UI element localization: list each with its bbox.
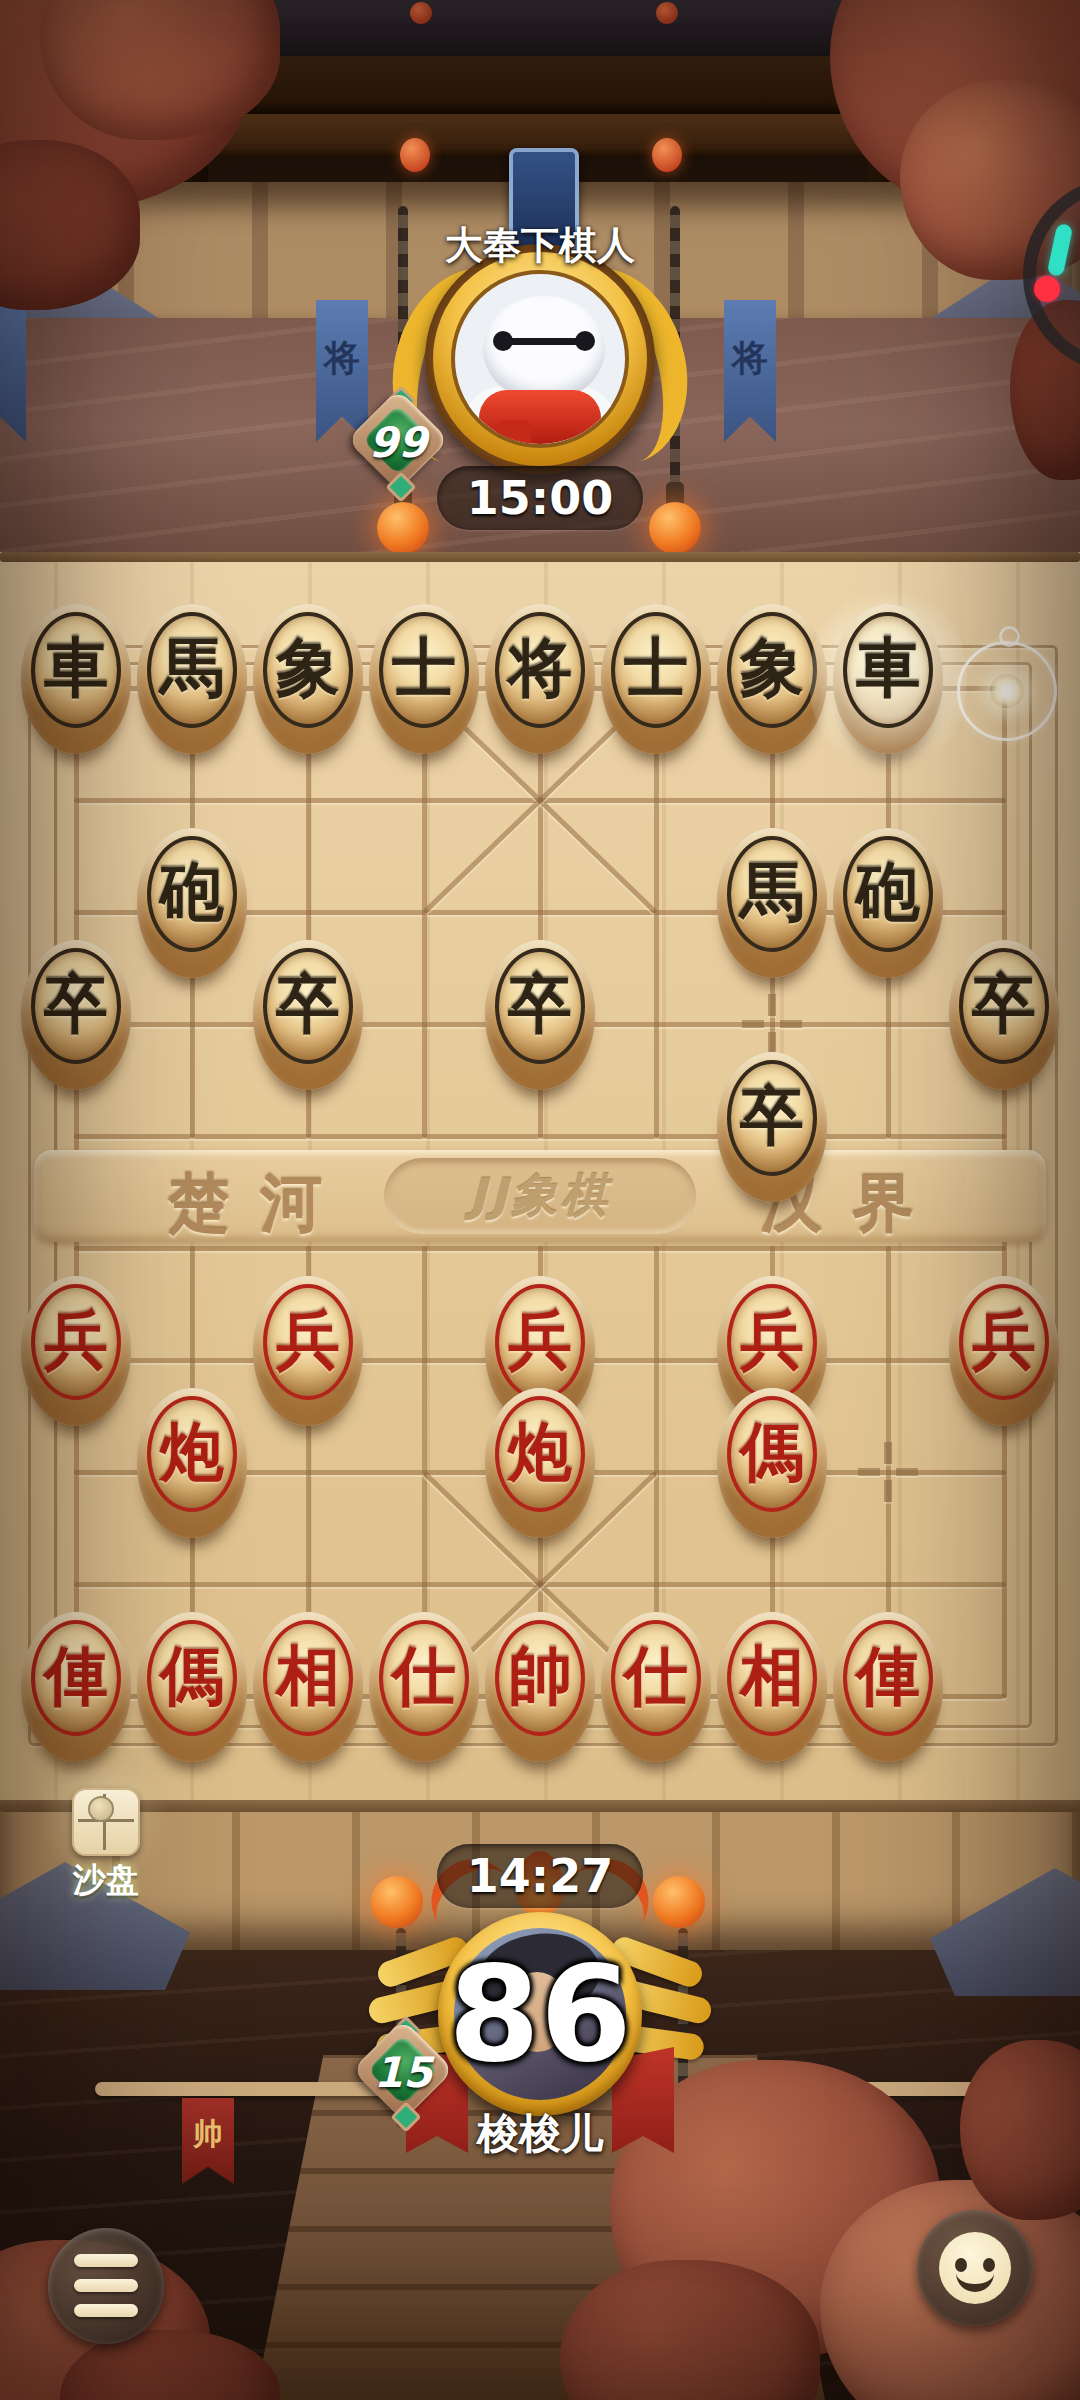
sandbox-button[interactable]: 沙盘 <box>36 1752 176 1902</box>
piece-red-俥[interactable]: 俥 <box>21 1612 131 1762</box>
piece-glyph: 兵 <box>21 1282 131 1398</box>
piece-glyph: 傌 <box>717 1394 827 1510</box>
piece-glyph: 卒 <box>21 946 131 1062</box>
player-level-badge: 15 <box>353 2012 453 2132</box>
piece-black-卒[interactable]: 卒 <box>21 940 131 1090</box>
piece-glyph: 俥 <box>833 1618 943 1734</box>
piece-black-象[interactable]: 象 <box>253 604 363 754</box>
piece-black-士[interactable]: 士 <box>601 604 711 754</box>
piece-red-傌[interactable]: 傌 <box>137 1612 247 1762</box>
piece-glyph: 馬 <box>717 834 827 950</box>
piece-black-車[interactable]: 車 <box>21 604 131 754</box>
hamburger-icon <box>74 2304 138 2317</box>
smiley-mouth <box>956 2262 994 2292</box>
piece-glyph: 車 <box>833 610 943 726</box>
piece-red-相[interactable]: 相 <box>717 1612 827 1762</box>
piece-glyph: 卒 <box>717 1058 827 1174</box>
opponent-timer: 15:00 <box>437 466 643 530</box>
piece-glyph: 砲 <box>833 834 943 950</box>
piece-glyph: 兵 <box>717 1282 827 1398</box>
piece-red-相[interactable]: 相 <box>253 1612 363 1762</box>
avatar-portrait <box>451 270 629 448</box>
big-number: 86 <box>438 1912 642 2116</box>
piece-black-卒[interactable]: 卒 <box>949 940 1059 1090</box>
piece-red-炮[interactable]: 炮 <box>485 1388 595 1538</box>
piece-glyph: 相 <box>253 1618 363 1734</box>
piece-red-炮[interactable]: 炮 <box>137 1388 247 1538</box>
piece-red-傌[interactable]: 傌 <box>717 1388 827 1538</box>
piece-glyph: 象 <box>253 610 363 726</box>
piece-black-車[interactable]: 車 <box>833 604 943 754</box>
player-timer: 14:27 <box>437 1844 643 1908</box>
piece-glyph: 将 <box>485 610 595 726</box>
piece-glyph: 卒 <box>253 946 363 1062</box>
piece-red-兵[interactable]: 兵 <box>21 1276 131 1426</box>
piece-red-帥[interactable]: 帥 <box>485 1612 595 1762</box>
piece-glyph: 兵 <box>253 1282 363 1398</box>
piece-glyph: 傌 <box>137 1618 247 1734</box>
piece-glyph: 仕 <box>369 1618 479 1734</box>
piece-glyph: 砲 <box>137 834 247 950</box>
piece-black-卒[interactable]: 卒 <box>253 940 363 1090</box>
notification-dot <box>1034 276 1060 302</box>
piece-black-士[interactable]: 士 <box>369 604 479 754</box>
piece-glyph: 俥 <box>21 1618 131 1734</box>
piece-glyph: 馬 <box>137 610 247 726</box>
piece-black-将[interactable]: 将 <box>485 604 595 754</box>
board-point-marker <box>742 994 802 1054</box>
piece-glyph: 兵 <box>485 1282 595 1398</box>
sandbox-label: 沙盘 <box>21 1858 191 1903</box>
opponent-level-badge: 99 <box>348 382 448 502</box>
baymax-scarf <box>479 390 601 444</box>
piece-black-卒[interactable]: 卒 <box>485 940 595 1090</box>
piece-glyph: 炮 <box>485 1394 595 1510</box>
piece-glyph: 士 <box>369 610 479 726</box>
piece-red-仕[interactable]: 仕 <box>369 1612 479 1762</box>
piece-red-仕[interactable]: 仕 <box>601 1612 711 1762</box>
piece-black-馬[interactable]: 馬 <box>717 828 827 978</box>
piece-red-兵[interactable]: 兵 <box>253 1276 363 1426</box>
piece-glyph: 炮 <box>137 1394 247 1510</box>
piece-black-卒[interactable]: 卒 <box>717 1052 827 1202</box>
emoji-button[interactable] <box>917 2210 1033 2326</box>
piece-glyph: 卒 <box>485 946 595 1062</box>
piece-red-俥[interactable]: 俥 <box>833 1612 943 1762</box>
opponent-avatar[interactable] <box>425 244 655 474</box>
menu-button[interactable] <box>48 2228 164 2344</box>
sandbox-dot-icon <box>88 1796 114 1822</box>
baymax-eyes <box>501 338 587 345</box>
piece-black-砲[interactable]: 砲 <box>137 828 247 978</box>
piece-glyph: 士 <box>601 610 711 726</box>
piece-glyph: 卒 <box>949 946 1059 1062</box>
piece-glyph: 仕 <box>601 1618 711 1734</box>
player-level: 15 <box>353 2012 453 2132</box>
piece-red-兵[interactable]: 兵 <box>949 1276 1059 1426</box>
opponent-level: 99 <box>348 382 448 502</box>
brand-logo: JJ象棋 <box>384 1158 696 1234</box>
piece-black-馬[interactable]: 馬 <box>137 604 247 754</box>
hamburger-icon <box>74 2279 138 2292</box>
piece-glyph: 相 <box>717 1618 827 1734</box>
piece-glyph: 兵 <box>949 1282 1059 1398</box>
last-move-origin-marker <box>957 641 1057 741</box>
piece-black-砲[interactable]: 砲 <box>833 828 943 978</box>
opponent-name: 大奉下棋人 <box>0 220 1080 271</box>
smiley-icon <box>939 2232 1011 2304</box>
hamburger-icon <box>74 2254 138 2267</box>
player-name: 梭梭儿 <box>0 2106 1080 2162</box>
piece-glyph: 帥 <box>485 1618 595 1734</box>
river-text-left: 楚河 <box>168 1162 352 1246</box>
fence-rail <box>95 2082 395 2096</box>
brand-text: JJ象棋 <box>469 1165 611 1227</box>
xiangqi-game-screen: 将 将 楚河 汉界 JJ象棋 車馬象士将士象車砲馬砲卒卒卒卒卒兵兵兵兵兵炮炮傌俥… <box>0 0 1080 2400</box>
board-point-marker <box>858 1442 918 1502</box>
piece-glyph: 車 <box>21 610 131 726</box>
